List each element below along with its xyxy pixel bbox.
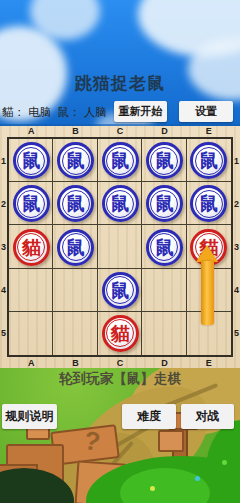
coordinate-label: D: [158, 126, 170, 136]
settings-button[interactable]: 设置: [179, 101, 233, 122]
coordinate-label: 4: [233, 285, 240, 295]
mouse-glyph: 鼠: [199, 151, 218, 170]
piece-mouse[interactable]: 鼠: [146, 229, 183, 266]
versus-button[interactable]: 对战: [181, 404, 234, 429]
mouse-glyph: 鼠: [111, 281, 130, 300]
mouse-glyph: 鼠: [155, 238, 174, 257]
coordinate-label: 5: [233, 328, 240, 338]
piece-mouse[interactable]: 鼠: [57, 142, 94, 179]
mouse-glyph: 鼠: [66, 194, 85, 213]
piece-mouse[interactable]: 鼠: [102, 142, 139, 179]
piece-mouse[interactable]: 鼠: [146, 142, 183, 179]
piece-mouse[interactable]: 鼠: [190, 185, 227, 222]
cat-glyph: 貓: [111, 324, 130, 343]
piece-mouse[interactable]: 鼠: [102, 272, 139, 309]
wooden-box: [158, 430, 184, 452]
last-move-arrow-shaft: [201, 261, 214, 325]
game-title: 跳猫捉老鼠: [0, 72, 240, 95]
coordinate-label: 2: [233, 199, 240, 209]
piece-mouse[interactable]: 鼠: [57, 185, 94, 222]
flower-dot: [195, 476, 200, 481]
player-assignment-label: 貓： 电脑 鼠： 人脑: [2, 105, 107, 120]
coordinate-label: C: [114, 358, 126, 368]
coordinate-label: B: [70, 126, 82, 136]
coordinate-label: C: [114, 126, 126, 136]
turn-status-banner: 轮到玩家【鼠】走棋: [0, 370, 240, 388]
cat-glyph: 貓: [22, 238, 41, 257]
coordinate-label: 1: [0, 156, 7, 166]
mouse-glyph: 鼠: [155, 194, 174, 213]
coordinate-label: 1: [233, 156, 240, 166]
coordinate-label: E: [203, 358, 215, 368]
piece-mouse[interactable]: 鼠: [102, 185, 139, 222]
mouse-glyph: 鼠: [199, 194, 218, 213]
piece-mouse[interactable]: 鼠: [13, 142, 50, 179]
coordinate-label: 3: [0, 242, 7, 252]
mouse-glyph: 鼠: [155, 151, 174, 170]
mouse-glyph: 鼠: [22, 194, 41, 213]
rules-button[interactable]: 规则说明: [2, 404, 57, 429]
coordinate-label: 3: [233, 242, 240, 252]
piece-mouse[interactable]: 鼠: [57, 229, 94, 266]
coordinate-label: D: [158, 358, 170, 368]
difficulty-button[interactable]: 难度: [122, 404, 176, 429]
coordinate-label: B: [70, 358, 82, 368]
piece-cat[interactable]: 貓: [13, 229, 50, 266]
piece-cat[interactable]: 貓: [102, 315, 139, 352]
flower-dot: [222, 460, 227, 465]
restart-button[interactable]: 重新开始: [114, 101, 167, 122]
mouse-glyph: 鼠: [66, 238, 85, 257]
last-move-arrow-head: [196, 245, 218, 262]
coordinate-label: A: [25, 358, 37, 368]
coordinate-label: E: [203, 126, 215, 136]
flower-dot: [150, 486, 155, 491]
mouse-glyph: 鼠: [111, 194, 130, 213]
coordinate-label: 5: [0, 328, 7, 338]
coordinate-label: 4: [0, 285, 7, 295]
coordinate-label: A: [25, 126, 37, 136]
mouse-glyph: 鼠: [66, 151, 85, 170]
mouse-glyph: 鼠: [22, 151, 41, 170]
app-window: 跳猫捉老鼠 貓： 电脑 鼠： 人脑 重新开始 设置 AABBCCDDEE1122…: [0, 0, 240, 503]
piece-mouse[interactable]: 鼠: [190, 142, 227, 179]
piece-mouse[interactable]: 鼠: [146, 185, 183, 222]
mouse-glyph: 鼠: [111, 151, 130, 170]
landscape-background: ?: [0, 368, 240, 503]
piece-mouse[interactable]: 鼠: [13, 185, 50, 222]
coordinate-label: 2: [0, 199, 7, 209]
